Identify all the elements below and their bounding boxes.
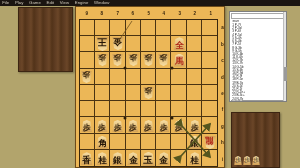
- move-list[interactable]: Start1 P-7f2 P-3d3 P-6f4 P-5d5 S-4h6 S-4…: [231, 20, 284, 101]
- shogi-piece-sente-horse-3c[interactable]: 馬: [173, 54, 185, 67]
- variation-dropdown[interactable]: [231, 13, 285, 19]
- piece-glyph: 歩: [145, 54, 153, 62]
- piece-glyph: 歩: [191, 124, 199, 132]
- piece-glyph: 香: [82, 156, 91, 165]
- rank-label-f: f: [220, 107, 225, 112]
- piece-glyph: 歩: [114, 124, 122, 132]
- scrollbar-thumb[interactable]: [284, 67, 287, 81]
- shogi-piece-gote-pawn-8c[interactable]: 歩: [97, 54, 108, 66]
- piece-glyph: 馬: [175, 57, 184, 66]
- file-label-7: 7: [112, 10, 124, 17]
- menu-items: FilePlayGameEditViewEngineWindow: [0, 1, 216, 5]
- sente-komadai: 歩歩歩: [231, 112, 280, 168]
- rank-label-i: i: [220, 157, 225, 162]
- piece-glyph: 歩: [176, 124, 184, 132]
- piece-glyph: 歩: [83, 71, 91, 79]
- shogi-piece-gote-king-8b[interactable]: 王: [96, 37, 109, 51]
- hand-piece-pawn[interactable]: 歩: [252, 156, 260, 165]
- shogi-piece-gote-pawn-7c[interactable]: 歩: [112, 54, 123, 66]
- shogi-piece-sente-promoted-silver-3b[interactable]: 全: [173, 37, 185, 50]
- shogi-piece-gote-pawn-6c[interactable]: 歩: [128, 54, 139, 66]
- shogi-piece-gote-pawn-9d[interactable]: 歩: [81, 71, 92, 83]
- menu-window[interactable]: Window: [94, 1, 109, 5]
- shogi-piece-gote-pawn-4c[interactable]: 歩: [158, 54, 169, 66]
- file-label-3: 3: [174, 10, 186, 17]
- shogi-piece-gote-pawn-5e[interactable]: 歩: [143, 87, 154, 99]
- shogi-piece-sente-pawn-4g[interactable]: 歩: [158, 120, 169, 132]
- rank-labels: abcdefghi: [219, 19, 226, 167]
- move-list-panel: Start1 P-7f2 P-3d3 P-6f4 P-5d5 S-4h6 S-4…: [229, 11, 287, 102]
- piece-glyph: 玉: [144, 156, 154, 166]
- piece-glyph: 全: [175, 41, 184, 50]
- menu-game[interactable]: Game: [29, 1, 41, 5]
- file-label-8: 8: [96, 10, 108, 17]
- shogi-piece-sente-pawn-7g[interactable]: 歩: [112, 120, 123, 132]
- move-list-rows: Start1 P-7f2 P-3d3 P-6f4 P-5d5 S-4h6 S-4…: [231, 20, 284, 101]
- piece-glyph: 金: [113, 37, 122, 46]
- shogi-piece-sente-silver-7i[interactable]: 銀: [112, 152, 124, 165]
- piece-glyph: 桂: [98, 156, 107, 165]
- shogi-piece-sente-gold-6i[interactable]: 金: [127, 152, 139, 165]
- piece-glyph: 歩: [114, 54, 122, 62]
- piece-glyph: 龍: [206, 136, 215, 145]
- shogi-piece-sente-pawn-6g[interactable]: 歩: [128, 120, 139, 132]
- menu-engine[interactable]: Engine: [75, 1, 88, 5]
- piece-glyph: 歩: [160, 54, 168, 62]
- shogi-piece-sente-bishop-8h[interactable]: 角: [96, 136, 108, 149]
- piece-glyph: 金: [160, 156, 169, 165]
- pieces-layer: 王金全歩歩歩歩歩馬歩歩歩歩歩歩歩歩歩歩角銀龍香桂銀金玉金桂: [79, 19, 218, 167]
- hand-piece-pawn[interactable]: 歩: [243, 156, 251, 165]
- menu-play[interactable]: Play: [15, 1, 23, 5]
- rank-label-h: h: [220, 140, 225, 145]
- shogi-piece-sente-pawn-8g[interactable]: 歩: [97, 120, 108, 132]
- piece-glyph: 銀: [191, 140, 200, 149]
- piece-glyph: 歩: [145, 124, 153, 132]
- piece-glyph: 歩: [145, 87, 153, 95]
- rank-label-d: d: [220, 74, 225, 79]
- piece-glyph: 桂: [191, 156, 200, 165]
- file-labels: 987654321: [79, 9, 218, 18]
- menu-view[interactable]: View: [60, 1, 69, 5]
- rank-label-e: e: [220, 91, 225, 96]
- piece-glyph: 歩: [160, 124, 168, 132]
- shogi-piece-sente-knight-8i[interactable]: 桂: [96, 152, 108, 165]
- shogi-piece-gote-dragon-1h[interactable]: 龍: [204, 136, 216, 149]
- file-label-9: 9: [81, 10, 93, 17]
- file-label-4: 4: [158, 10, 170, 17]
- piece-glyph: 角: [98, 140, 107, 149]
- hand-piece-pawn[interactable]: 歩: [234, 156, 242, 165]
- piece-glyph: 金: [129, 156, 138, 165]
- menu-file[interactable]: File: [2, 1, 9, 5]
- piece-glyph: 歩: [98, 124, 106, 132]
- file-label-6: 6: [127, 10, 139, 17]
- shogi-piece-sente-silver-2h[interactable]: 銀: [189, 136, 201, 149]
- shogi-piece-sente-pawn-9g[interactable]: 歩: [81, 120, 92, 132]
- shogi-piece-sente-pawn-5g[interactable]: 歩: [143, 120, 154, 132]
- move-list-scrollbar[interactable]: [283, 12, 286, 101]
- rank-label-g: g: [220, 124, 225, 129]
- piece-glyph: 歩: [244, 156, 250, 165]
- piece-glyph: 歩: [129, 124, 137, 132]
- file-label-5: 5: [143, 10, 155, 17]
- sente-hand: 歩歩歩: [234, 156, 260, 165]
- piece-glyph: 歩: [253, 156, 259, 165]
- shogi-piece-sente-lance-9i[interactable]: 香: [81, 152, 93, 165]
- piece-glyph: 歩: [83, 124, 91, 132]
- menu-edit[interactable]: Edit: [47, 1, 54, 5]
- shogi-piece-sente-king-5i[interactable]: 玉: [142, 152, 155, 166]
- rank-label-c: c: [220, 58, 225, 63]
- shogi-board[interactable]: 987654321 abcdefghi 王金全歩歩歩歩歩馬歩歩歩歩歩歩歩歩歩歩角…: [75, 6, 225, 168]
- move-list-row[interactable]: 25 S-2h: [231, 100, 284, 101]
- rank-label-a: a: [220, 25, 225, 30]
- shogi-piece-gote-pawn-5c[interactable]: 歩: [143, 54, 154, 66]
- rank-label-b: b: [220, 41, 225, 46]
- file-label-2: 2: [189, 10, 201, 17]
- piece-glyph: 歩: [98, 54, 106, 62]
- shogi-piece-sente-gold-4i[interactable]: 金: [158, 152, 170, 165]
- piece-glyph: 歩: [235, 156, 241, 165]
- shogi-piece-sente-pawn-3g[interactable]: 歩: [174, 120, 185, 132]
- shogi-piece-sente-pawn-2g[interactable]: 歩: [189, 120, 200, 132]
- file-label-1: 1: [204, 10, 216, 17]
- piece-glyph: 銀: [113, 156, 122, 165]
- shogi-piece-sente-knight-2i[interactable]: 桂: [189, 152, 201, 165]
- piece-glyph: 王: [97, 37, 107, 47]
- gote-komadai: [18, 7, 73, 72]
- piece-glyph: 歩: [129, 54, 137, 62]
- shogi-piece-gote-gold-7b[interactable]: 金: [112, 37, 124, 50]
